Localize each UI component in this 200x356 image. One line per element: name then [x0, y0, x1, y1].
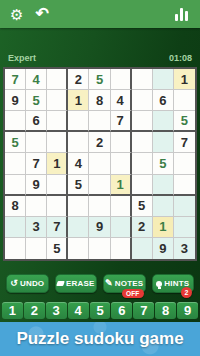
cell-r7c5[interactable]: [89, 196, 110, 217]
cell-r7c6[interactable]: [111, 196, 132, 217]
cell-r9c7[interactable]: [132, 238, 153, 259]
difficulty-label: Expert: [8, 53, 36, 63]
numpad-key-4[interactable]: 4: [68, 302, 89, 319]
cell-r4c9[interactable]: 7: [174, 132, 195, 153]
cell-r7c8[interactable]: [153, 196, 174, 217]
cell-r7c2[interactable]: [26, 196, 47, 217]
cell-r8c9[interactable]: [174, 217, 195, 238]
cell-r4c7[interactable]: [132, 132, 153, 153]
cell-r3c3[interactable]: [47, 111, 68, 132]
cell-r5c6[interactable]: [111, 153, 132, 174]
cell-r9c5[interactable]: [89, 238, 110, 259]
cell-r5c1[interactable]: [5, 153, 26, 174]
cell-r1c4[interactable]: 2: [68, 69, 89, 90]
cell-r3c4[interactable]: [68, 111, 89, 132]
numpad-key-7[interactable]: 7: [133, 302, 154, 319]
cell-r4c1[interactable]: 5: [5, 132, 26, 153]
cell-r5c8[interactable]: 5: [153, 153, 174, 174]
cell-r4c8[interactable]: [153, 132, 174, 153]
cell-r9c8[interactable]: 9: [153, 238, 174, 259]
cell-r7c7[interactable]: 5: [132, 196, 153, 217]
cell-r1c9[interactable]: 1: [174, 69, 195, 90]
undo-arrow-icon[interactable]: ↶: [35, 6, 48, 22]
cell-r8c7[interactable]: 2: [132, 217, 153, 238]
erase-label: ERASE: [66, 279, 95, 288]
cell-r3c7[interactable]: [132, 111, 153, 132]
cell-r4c2[interactable]: [26, 132, 47, 153]
undo-button[interactable]: ↺ UNDO: [6, 274, 49, 293]
cell-r2c4[interactable]: 1: [68, 90, 89, 111]
cell-r6c2[interactable]: 9: [26, 175, 47, 196]
number-pad: 123456789: [2, 302, 198, 319]
cell-r8c8[interactable]: 1: [153, 217, 174, 238]
cell-r9c3[interactable]: 5: [47, 238, 68, 259]
numpad-key-9[interactable]: 9: [177, 302, 198, 319]
cell-r1c2[interactable]: 4: [26, 69, 47, 90]
hints-count-badge: 2: [181, 287, 192, 298]
cell-r5c9[interactable]: [174, 153, 195, 174]
cell-r7c4[interactable]: [68, 196, 89, 217]
cell-r8c6[interactable]: [111, 217, 132, 238]
cell-r9c9[interactable]: 3: [174, 238, 195, 259]
numpad-key-2[interactable]: 2: [24, 302, 45, 319]
cell-r6c6[interactable]: 1: [111, 175, 132, 196]
cell-r9c6[interactable]: [111, 238, 132, 259]
cell-r1c5[interactable]: 5: [89, 69, 110, 90]
cell-r3c6[interactable]: 7: [111, 111, 132, 132]
cell-r1c7[interactable]: [132, 69, 153, 90]
numpad-key-8[interactable]: 8: [155, 302, 176, 319]
cell-r4c3[interactable]: [47, 132, 68, 153]
cell-r1c1[interactable]: 7: [5, 69, 26, 90]
cell-r6c7[interactable]: [132, 175, 153, 196]
cell-r2c2[interactable]: 5: [26, 90, 47, 111]
cell-r6c9[interactable]: [174, 175, 195, 196]
cell-r8c3[interactable]: 7: [47, 217, 68, 238]
statistics-bar-chart-icon[interactable]: [175, 7, 188, 21]
numpad-key-1[interactable]: 1: [2, 302, 23, 319]
notes-button[interactable]: ✎ NOTES OFF: [103, 274, 146, 293]
cell-r1c6[interactable]: [111, 69, 132, 90]
cell-r2c6[interactable]: 4: [111, 90, 132, 111]
cell-r2c9[interactable]: [174, 90, 195, 111]
cell-r3c9[interactable]: 5: [174, 111, 195, 132]
eraser-icon: [56, 281, 65, 286]
top-app-bar: ⚙ ↶: [0, 0, 200, 28]
cell-r9c2[interactable]: [26, 238, 47, 259]
cell-r2c7[interactable]: [132, 90, 153, 111]
cell-r5c7[interactable]: [132, 153, 153, 174]
cell-r2c1[interactable]: 9: [5, 90, 26, 111]
cell-r5c3[interactable]: 1: [47, 153, 68, 174]
status-row: Expert 01:08: [8, 53, 192, 63]
cell-r3c5[interactable]: [89, 111, 110, 132]
cell-r7c3[interactable]: [47, 196, 68, 217]
timer-label: 01:08: [169, 53, 192, 63]
cell-r7c1[interactable]: 8: [5, 196, 26, 217]
cell-r2c5[interactable]: 8: [89, 90, 110, 111]
cell-r9c4[interactable]: [68, 238, 89, 259]
notes-off-badge: OFF: [122, 289, 144, 298]
cell-r6c3[interactable]: [47, 175, 68, 196]
banner-title: Puzzle sudoku game: [16, 329, 183, 349]
numpad-key-6[interactable]: 6: [111, 302, 132, 319]
cell-r2c3[interactable]: [47, 90, 68, 111]
cell-r6c4[interactable]: 5: [68, 175, 89, 196]
lightbulb-icon: [156, 281, 162, 287]
numpad-key-5[interactable]: 5: [90, 302, 111, 319]
cell-r4c4[interactable]: [68, 132, 89, 153]
cell-r9c1[interactable]: [5, 238, 26, 259]
cell-r3c2[interactable]: 6: [26, 111, 47, 132]
settings-gear-icon[interactable]: ⚙: [10, 7, 23, 22]
cell-r8c2[interactable]: 3: [26, 217, 47, 238]
sudoku-app: ⚙ ↶ Expert 01:08 74251951846675527714595…: [0, 0, 200, 356]
action-toolbar: ↺ UNDO ERASE ✎ NOTES OFF HINTS 2: [6, 274, 194, 293]
hints-button[interactable]: HINTS 2: [152, 274, 195, 293]
numpad-key-3[interactable]: 3: [46, 302, 67, 319]
undo-icon: ↺: [10, 279, 18, 288]
cell-r6c5[interactable]: [89, 175, 110, 196]
cell-r8c1[interactable]: [5, 217, 26, 238]
cell-r7c9[interactable]: [174, 196, 195, 217]
cell-r3c1[interactable]: [5, 111, 26, 132]
cell-r1c3[interactable]: [47, 69, 68, 90]
cell-r4c5[interactable]: 2: [89, 132, 110, 153]
cell-r1c8[interactable]: [153, 69, 174, 90]
cell-r6c8[interactable]: [153, 175, 174, 196]
cell-r8c4[interactable]: [68, 217, 89, 238]
cell-r2c8[interactable]: 6: [153, 90, 174, 111]
cell-r5c2[interactable]: 7: [26, 153, 47, 174]
cell-r6c1[interactable]: [5, 175, 26, 196]
undo-label: UNDO: [20, 279, 44, 288]
cell-r5c5[interactable]: [89, 153, 110, 174]
erase-button[interactable]: ERASE: [55, 274, 98, 293]
sudoku-board: 7425195184667552771459518537921593: [3, 67, 197, 261]
cell-r4c6[interactable]: [111, 132, 132, 153]
cell-r5c4[interactable]: 4: [68, 153, 89, 174]
bottom-ad-banner[interactable]: Puzzle sudoku game: [0, 322, 200, 356]
pencil-icon: ✎: [105, 279, 113, 288]
notes-label: NOTES: [115, 279, 144, 288]
cell-r8c5[interactable]: 9: [89, 217, 110, 238]
cell-r3c8[interactable]: [153, 111, 174, 132]
